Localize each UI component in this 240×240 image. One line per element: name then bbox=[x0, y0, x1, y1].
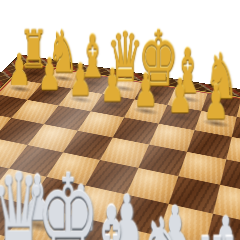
chess-board: ♜♞♝♛♚♝♞♜♟♟♟♟♟♟♟♟♟♟♟♟♟♟♟♟♜♞♝♛♚♝♞♜ ✳ ✳ ✳ ✳ bbox=[0, 55, 240, 240]
silver-rook-h1: ♜ bbox=[189, 230, 240, 240]
piece-shadow bbox=[237, 124, 240, 136]
piece-shadow bbox=[141, 89, 170, 99]
product-photo-scene: ♜♞♝♛♚♝♞♜♟♟♟♟♟♟♟♟♟♟♟♟♟♟♟♟♜♞♝♛♚♝♞♜ ✳ ✳ ✳ ✳ bbox=[0, 0, 240, 240]
piece-shadow bbox=[49, 74, 77, 83]
silver-bishop-f1: ♝ bbox=[85, 198, 138, 240]
piece-shadow bbox=[6, 84, 35, 94]
piece-shadow bbox=[109, 84, 137, 94]
piece-shadow bbox=[165, 111, 196, 123]
piece-shadow bbox=[21, 69, 48, 78]
piece-shadow bbox=[35, 89, 64, 99]
piece-shadow bbox=[173, 94, 202, 104]
silver-knight-g1: ♞ bbox=[136, 210, 190, 240]
silver-king-e1: ♚ bbox=[36, 165, 87, 240]
piece-shadow bbox=[98, 100, 128, 111]
piece-shadow bbox=[79, 79, 107, 88]
piece-shadow bbox=[201, 118, 232, 130]
piece-shadow bbox=[66, 95, 96, 105]
piece-shadow bbox=[131, 106, 161, 117]
silver-queen-d1: ♛ bbox=[0, 164, 41, 240]
piece-shadow bbox=[207, 100, 236, 111]
